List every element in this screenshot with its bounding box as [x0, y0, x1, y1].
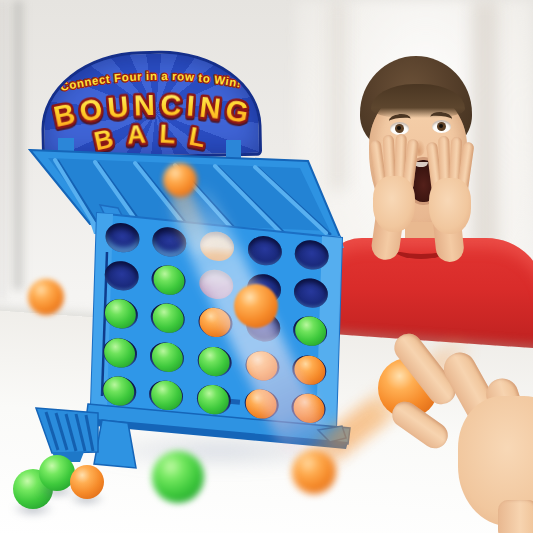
player-hand — [0, 0, 533, 533]
wrist — [498, 500, 533, 533]
stage: Connect Four in a row to Win! BOUNCING B… — [0, 0, 533, 533]
thumb — [387, 397, 453, 454]
